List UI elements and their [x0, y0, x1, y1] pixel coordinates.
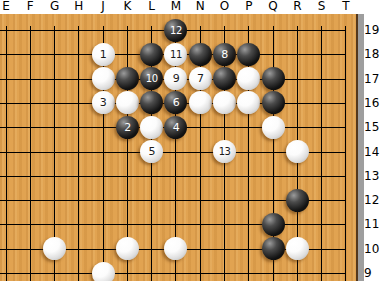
stone-white-M18[interactable]: 11: [164, 43, 187, 66]
grid-line-col-E: [6, 26, 7, 281]
move-number: 2: [124, 122, 131, 133]
stone-white-K10[interactable]: [116, 237, 139, 260]
column-label-O: O: [220, 0, 229, 14]
move-number: 5: [148, 146, 155, 157]
column-label-N: N: [196, 0, 205, 14]
stone-black-Q10[interactable]: [262, 237, 285, 260]
row-label-15: 15: [364, 120, 380, 134]
move-number: 11: [170, 49, 182, 60]
stone-white-L14[interactable]: 5: [140, 140, 163, 163]
stone-white-K16[interactable]: [116, 91, 139, 114]
row-label-14: 14: [364, 145, 380, 159]
column-label-F: F: [27, 0, 34, 14]
move-number: 9: [173, 73, 180, 84]
move-number: 13: [219, 146, 231, 157]
stone-white-O16[interactable]: [213, 91, 236, 114]
move-number: 10: [146, 73, 158, 84]
column-label-E: E: [2, 0, 10, 14]
column-label-P: P: [245, 0, 252, 14]
stone-black-P18[interactable]: [237, 43, 260, 66]
column-label-K: K: [123, 0, 131, 14]
row-label-17: 17: [364, 72, 380, 86]
stone-white-O14[interactable]: 13: [213, 140, 236, 163]
stone-black-Q16[interactable]: [262, 91, 285, 114]
stone-white-J9[interactable]: [92, 262, 115, 281]
column-label-S: S: [318, 0, 326, 14]
stone-white-G10[interactable]: [43, 237, 66, 260]
stone-white-N17[interactable]: 7: [189, 67, 212, 90]
row-label-18: 18: [364, 47, 380, 61]
row-label-9: 9: [364, 266, 380, 280]
stone-black-K15[interactable]: 2: [116, 116, 139, 139]
stone-black-O18[interactable]: 8: [213, 43, 236, 66]
stone-white-P16[interactable]: [237, 91, 260, 114]
move-number: 4: [173, 122, 180, 133]
top-coordinate-labels: EFGHJKLMNOPQRST: [0, 0, 380, 14]
move-number: 7: [197, 73, 204, 84]
grid-line-col-T: [345, 26, 346, 281]
row-label-13: 13: [364, 169, 380, 183]
stone-black-Q11[interactable]: [262, 213, 285, 236]
stone-black-M15[interactable]: 4: [164, 116, 187, 139]
column-label-Q: Q: [268, 0, 277, 14]
stone-black-L17[interactable]: 10: [140, 67, 163, 90]
column-label-M: M: [171, 0, 181, 14]
stone-white-N16[interactable]: [189, 91, 212, 114]
move-number: 8: [221, 49, 228, 60]
grid-line-col-H: [78, 26, 79, 281]
column-label-R: R: [293, 0, 301, 14]
column-label-G: G: [50, 0, 59, 14]
column-label-T: T: [342, 0, 349, 14]
stone-black-N18[interactable]: [189, 43, 212, 66]
column-label-J: J: [101, 0, 105, 14]
stone-black-L18[interactable]: [140, 43, 163, 66]
column-label-H: H: [74, 0, 83, 14]
stone-black-Q17[interactable]: [262, 67, 285, 90]
stone-black-M16[interactable]: 6: [164, 91, 187, 114]
move-number: 1: [100, 49, 107, 60]
stone-white-J18[interactable]: 1: [92, 43, 115, 66]
stone-black-L16[interactable]: [140, 91, 163, 114]
stone-white-Q15[interactable]: [262, 116, 285, 139]
grid-line-row-9: [0, 273, 346, 274]
stone-white-L15[interactable]: [140, 116, 163, 139]
right-coordinate-labels: 191817161514131211109: [364, 0, 380, 281]
stone-white-R14[interactable]: [286, 140, 309, 163]
move-number: 3: [100, 97, 107, 108]
stone-white-M10[interactable]: [164, 237, 187, 260]
stone-black-O17[interactable]: [213, 67, 236, 90]
move-number: 6: [173, 97, 180, 108]
row-label-16: 16: [364, 96, 380, 110]
grid-line-col-S: [321, 26, 322, 281]
grid-line-row-11: [0, 224, 346, 225]
column-label-L: L: [148, 0, 155, 14]
grid-line-row-13: [0, 176, 346, 177]
row-label-12: 12: [364, 193, 380, 207]
row-label-10: 10: [364, 242, 380, 256]
stone-black-R12[interactable]: [286, 189, 309, 212]
stone-white-R10[interactable]: [286, 237, 309, 260]
stone-white-J17[interactable]: [92, 67, 115, 90]
move-number: 12: [170, 25, 182, 36]
grid-line-col-F: [30, 26, 31, 281]
stone-white-J16[interactable]: 3: [92, 91, 115, 114]
row-label-11: 11: [364, 217, 380, 231]
stone-black-M19[interactable]: 12: [164, 19, 187, 42]
go-board[interactable]: 12111810973624513: [0, 14, 358, 281]
stone-black-K17[interactable]: [116, 67, 139, 90]
stone-white-P17[interactable]: [237, 67, 260, 90]
row-label-19: 19: [364, 23, 380, 37]
stone-white-M17[interactable]: 9: [164, 67, 187, 90]
